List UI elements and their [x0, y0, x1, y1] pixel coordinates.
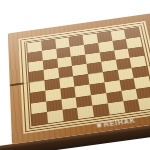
square	[92, 104, 109, 117]
circle-logo-icon	[96, 122, 102, 128]
square	[32, 112, 48, 125]
board-squares	[27, 28, 150, 126]
square	[47, 110, 63, 123]
product-photo-chessboard: REIHAK	[0, 0, 150, 150]
square	[62, 108, 79, 121]
square	[77, 106, 94, 119]
square	[138, 97, 150, 110]
